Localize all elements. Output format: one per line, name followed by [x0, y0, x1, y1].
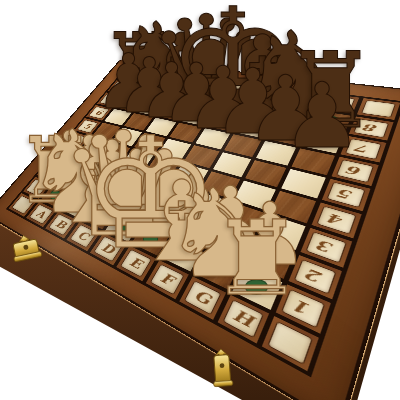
brass-latch-left — [10, 233, 42, 262]
brass-latch-front — [211, 348, 233, 386]
chess-set-photo: ABCDEFGH8877665544332211ABCDEFGH ♜♞♝♛♚♝♞… — [0, 0, 400, 400]
brass-latches-layer — [0, 0, 400, 400]
